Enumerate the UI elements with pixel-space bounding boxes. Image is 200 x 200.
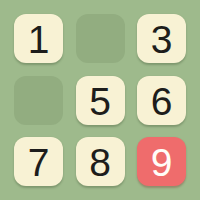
number-tile[interactable]: 1: [14, 14, 63, 63]
number-tile[interactable]: 6: [137, 76, 186, 125]
empty-cell: [76, 14, 125, 63]
number-tile[interactable]: 7: [14, 137, 63, 186]
number-tile[interactable]: 5: [76, 76, 125, 125]
puzzle-board: 1356789: [0, 0, 200, 200]
empty-cell: [14, 76, 63, 125]
number-tile[interactable]: 8: [76, 137, 125, 186]
highlighted-number-tile[interactable]: 9: [137, 137, 186, 186]
number-tile[interactable]: 3: [137, 14, 186, 63]
